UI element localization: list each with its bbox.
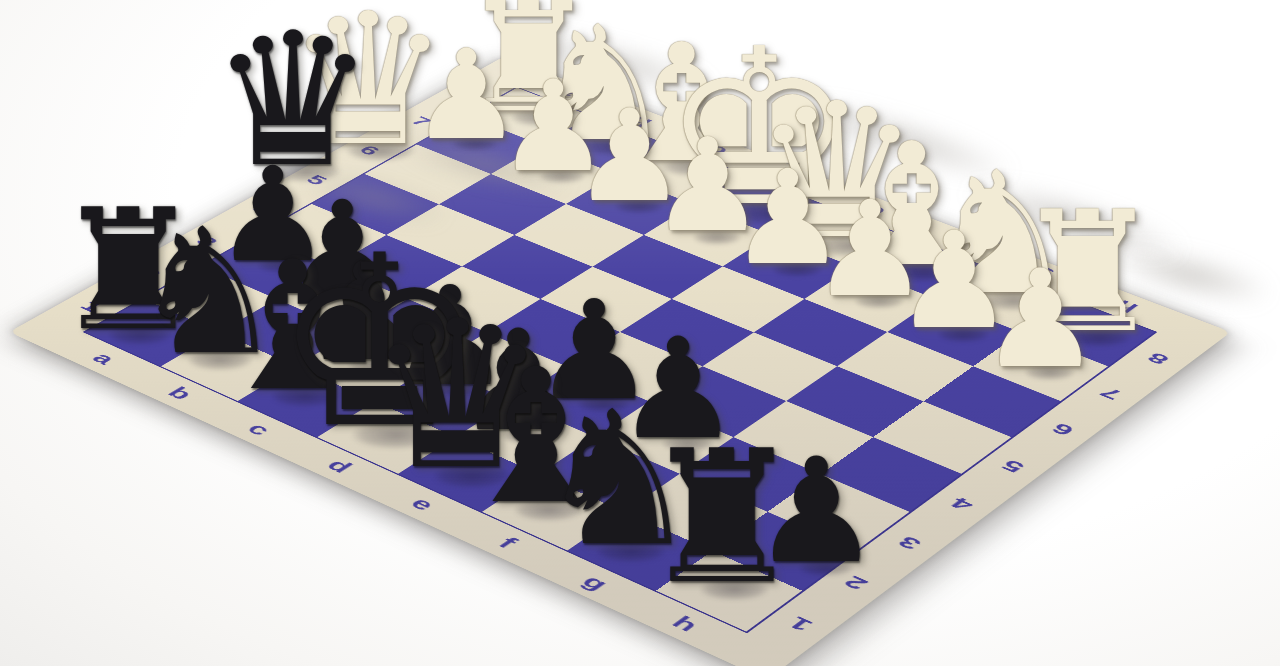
rank-label-right-3: 3 (892, 532, 927, 553)
file-label-far-c: c (701, 142, 732, 158)
rank-label-left-2: 2 (134, 265, 168, 282)
rank-label-left-6: 6 (354, 142, 386, 158)
rank-label-left-1: 1 (75, 297, 109, 315)
rank-label-right-1: 1 (782, 613, 818, 635)
file-label-far-b: b (625, 113, 657, 129)
file-label-far-a: a (551, 85, 581, 100)
file-label-far-d: d (779, 172, 811, 189)
file-label-near-h: h (666, 612, 704, 635)
file-label-near-c: c (241, 420, 276, 439)
file-label-near-b: b (162, 384, 198, 404)
file-label-near-g: g (576, 572, 614, 594)
chess-board: aabbccddeeffgghh1122334455667788 (9, 56, 1231, 666)
file-label-near-f: f (493, 534, 523, 552)
file-label-near-e: e (405, 494, 441, 514)
rank-label-right-6: 6 (1046, 420, 1079, 439)
rank-label-right-4: 4 (945, 494, 980, 514)
file-label-far-g: g (1024, 264, 1057, 282)
rank-label-right-7: 7 (1095, 384, 1128, 403)
file-label-far-e: e (859, 202, 890, 218)
rank-label-left-8: 8 (457, 85, 488, 100)
rank-label-right-5: 5 (996, 456, 1030, 476)
file-label-far-h: h (1110, 297, 1143, 315)
rank-label-right-2: 2 (838, 572, 874, 594)
chess-set-photo: aabbccddeeffgghh1122334455667788 ♜♞♝♚♛♝♞… (0, 0, 1280, 666)
rank-label-left-4: 4 (246, 202, 279, 218)
file-label-near-a: a (86, 349, 121, 367)
rank-label-left-3: 3 (191, 233, 224, 250)
rank-label-left-7: 7 (406, 114, 437, 129)
rank-label-right-8: 8 (1142, 349, 1174, 367)
file-label-near-d: d (321, 456, 358, 477)
file-label-far-f: f (944, 234, 970, 249)
board-scene: aabbccddeeffgghh1122334455667788 (0, 0, 1280, 666)
